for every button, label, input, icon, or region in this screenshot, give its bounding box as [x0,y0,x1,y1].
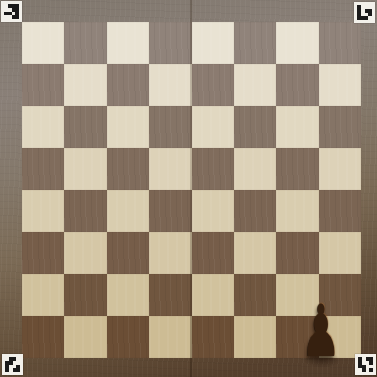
square-f1[interactable] [234,316,276,358]
square-c3[interactable] [107,232,149,274]
fiducial-pattern [358,357,373,372]
square-f4[interactable] [234,190,276,232]
square-d1[interactable] [149,316,191,358]
square-a5[interactable] [22,148,64,190]
square-f5[interactable] [234,148,276,190]
square-d5[interactable] [149,148,191,190]
square-d7[interactable] [149,64,191,106]
square-d3[interactable] [149,232,191,274]
square-h3[interactable] [319,232,361,274]
square-e2[interactable] [192,274,234,316]
square-h6[interactable] [319,106,361,148]
square-h8[interactable] [319,22,361,64]
square-e6[interactable] [192,106,234,148]
square-a3[interactable] [22,232,64,274]
square-c4[interactable] [107,190,149,232]
square-e3[interactable] [192,232,234,274]
fiducial-pattern [5,357,20,372]
square-a1[interactable] [22,316,64,358]
square-e5[interactable] [192,148,234,190]
square-e4[interactable] [192,190,234,232]
square-a6[interactable] [22,106,64,148]
square-c6[interactable] [107,106,149,148]
square-f6[interactable] [234,106,276,148]
fiducial-cell [16,368,20,372]
fiducial-marker-bottom-left [2,354,23,375]
square-g3[interactable] [276,232,318,274]
fiducial-cell [15,15,19,19]
square-e7[interactable] [192,64,234,106]
square-e1[interactable] [192,316,234,358]
square-a8[interactable] [22,22,64,64]
square-b7[interactable] [64,64,106,106]
square-h5[interactable] [319,148,361,190]
square-c7[interactable] [107,64,149,106]
square-g5[interactable] [276,148,318,190]
fiducial-marker-top-left [1,1,22,22]
square-b1[interactable] [64,316,106,358]
fiducial-marker-bottom-right [355,354,376,375]
square-f3[interactable] [234,232,276,274]
square-b8[interactable] [64,22,106,64]
square-d6[interactable] [149,106,191,148]
square-d4[interactable] [149,190,191,232]
square-g4[interactable] [276,190,318,232]
square-f7[interactable] [234,64,276,106]
square-b3[interactable] [64,232,106,274]
square-a2[interactable] [22,274,64,316]
square-b5[interactable] [64,148,106,190]
square-a4[interactable] [22,190,64,232]
fiducial-cell [369,368,373,372]
fiducial-pattern [4,4,19,19]
square-c2[interactable] [107,274,149,316]
square-a7[interactable] [22,64,64,106]
square-f8[interactable] [234,22,276,64]
fiducial-pattern [357,5,372,20]
fiducial-cell [368,16,372,20]
square-f2[interactable] [234,274,276,316]
square-c5[interactable] [107,148,149,190]
square-b2[interactable] [64,274,106,316]
black-pawn[interactable]: ♟ [306,292,337,370]
square-g6[interactable] [276,106,318,148]
square-g8[interactable] [276,22,318,64]
square-d8[interactable] [149,22,191,64]
square-c1[interactable] [107,316,149,358]
square-b4[interactable] [64,190,106,232]
square-b6[interactable] [64,106,106,148]
square-g7[interactable] [276,64,318,106]
square-h7[interactable] [319,64,361,106]
square-d2[interactable] [149,274,191,316]
square-e8[interactable] [192,22,234,64]
square-h4[interactable] [319,190,361,232]
fiducial-marker-top-right [354,2,375,23]
chessboard-photo: ♟ [0,0,377,377]
square-c8[interactable] [107,22,149,64]
